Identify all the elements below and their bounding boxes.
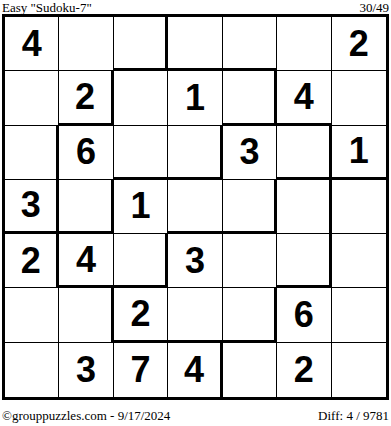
given-digit: 1 [349,133,369,169]
cell-r3c3[interactable] [114,126,168,180]
cell-r7c5[interactable] [223,343,277,397]
difficulty-text: Diff: 4 / 9781 [318,409,389,422]
cell-r2c3[interactable] [114,71,168,125]
cell-r6c5[interactable] [223,288,277,342]
given-digit: 2 [294,352,314,388]
given-digit: 3 [185,243,205,279]
cell-r1c7[interactable]: 2 [332,17,386,71]
given-digit: 4 [76,242,96,278]
cell-r7c3[interactable]: 7 [114,343,168,397]
given-digit: 2 [21,243,41,279]
cell-r3c5[interactable]: 3 [223,126,277,180]
cell-r4c5[interactable] [223,180,277,234]
cell-r3c1[interactable] [5,126,59,180]
cell-r1c1[interactable]: 4 [5,17,59,71]
given-digit: 2 [75,79,95,115]
given-digit: 4 [294,79,314,115]
cell-r5c6[interactable] [277,234,331,288]
header: Easy "Sudoku-7" 30/49 [2,1,389,14]
cell-r3c6[interactable] [277,126,331,180]
cell-r4c2[interactable] [59,180,113,234]
cell-r4c6[interactable] [277,180,331,234]
given-digit: 2 [131,296,151,332]
cell-r5c2[interactable]: 4 [59,234,113,288]
given-digit: 1 [131,188,151,224]
cell-r2c5[interactable] [223,71,277,125]
cell-r6c6[interactable]: 6 [277,288,331,342]
given-digit: 4 [184,352,204,388]
cell-r6c4[interactable] [168,288,222,342]
given-digit: 4 [22,26,42,62]
empty-cells-counter: 30/49 [359,1,389,14]
cell-r6c1[interactable] [5,288,59,342]
cell-r3c7[interactable]: 1 [332,126,386,180]
cell-r2c6[interactable]: 4 [277,71,331,125]
cell-r6c2[interactable] [59,288,113,342]
given-digit: 3 [76,352,96,388]
cell-r4c7[interactable] [332,180,386,234]
cell-r5c7[interactable] [332,234,386,288]
puzzle-title: Easy "Sudoku-7" [2,1,92,14]
cell-r1c6[interactable] [277,17,331,71]
cell-r2c2[interactable]: 2 [59,71,113,125]
cell-r4c3[interactable]: 1 [114,180,168,234]
cell-r6c3[interactable]: 2 [114,288,168,342]
cell-r5c3[interactable] [114,234,168,288]
cell-r3c2[interactable]: 6 [59,126,113,180]
cell-r4c4[interactable] [168,180,222,234]
cell-r1c3[interactable] [114,17,168,71]
copyright-text: ©grouppuzzles.com - 9/17/2024 [2,409,170,422]
cell-r7c6[interactable]: 2 [277,343,331,397]
sudoku-board: 4221463131243263742 [2,14,389,400]
given-digit: 1 [185,80,205,116]
cell-r2c7[interactable] [332,71,386,125]
cell-r1c5[interactable] [223,17,277,71]
cell-r7c1[interactable] [5,343,59,397]
given-digit: 6 [294,297,314,333]
given-digit: 2 [349,26,369,62]
cell-r6c7[interactable] [332,288,386,342]
footer: ©grouppuzzles.com - 9/17/2024 Diff: 4 / … [2,409,389,422]
cell-r5c1[interactable]: 2 [5,234,59,288]
cell-r3c4[interactable] [168,126,222,180]
cell-r7c2[interactable]: 3 [59,343,113,397]
given-digit: 3 [21,187,41,223]
cell-r1c2[interactable] [59,17,113,71]
cell-r5c5[interactable] [223,234,277,288]
cell-r7c7[interactable] [332,343,386,397]
cell-r5c4[interactable]: 3 [168,234,222,288]
given-digit: 7 [131,352,151,388]
cell-r2c1[interactable] [5,71,59,125]
cell-r2c4[interactable]: 1 [168,71,222,125]
given-digit: 3 [239,134,259,170]
given-digit: 6 [76,134,96,170]
cell-r1c4[interactable] [168,17,222,71]
cell-r4c1[interactable]: 3 [5,180,59,234]
cell-r7c4[interactable]: 4 [168,343,222,397]
